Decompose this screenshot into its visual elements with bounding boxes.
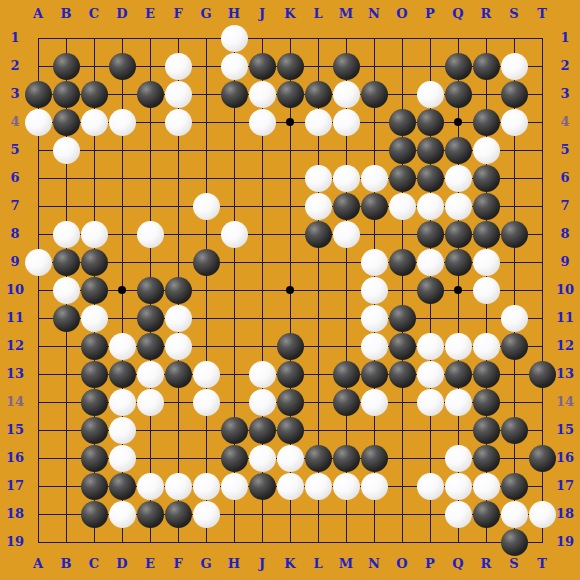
black-stone — [81, 81, 108, 108]
black-stone — [389, 333, 416, 360]
black-stone — [501, 81, 528, 108]
black-stone — [473, 417, 500, 444]
white-stone — [25, 249, 52, 276]
black-stone — [53, 53, 80, 80]
row-label-left: 18 — [0, 506, 31, 522]
row-label-left: 7 — [0, 198, 31, 214]
row-label-right: 11 — [549, 310, 580, 326]
white-stone — [165, 333, 192, 360]
black-stone — [361, 361, 388, 388]
white-stone — [473, 249, 500, 276]
hoshi-point — [286, 286, 294, 294]
row-label-right: 2 — [549, 58, 580, 74]
black-stone — [333, 193, 360, 220]
white-stone — [473, 333, 500, 360]
white-stone — [137, 361, 164, 388]
black-stone — [445, 81, 472, 108]
white-stone — [389, 193, 416, 220]
black-stone — [221, 81, 248, 108]
black-stone — [501, 333, 528, 360]
black-stone — [473, 501, 500, 528]
white-stone — [109, 501, 136, 528]
row-label-right: 12 — [549, 338, 580, 354]
hoshi-point — [286, 118, 294, 126]
white-stone — [417, 389, 444, 416]
white-stone — [417, 249, 444, 276]
black-stone — [221, 417, 248, 444]
black-stone — [165, 277, 192, 304]
black-stone — [473, 361, 500, 388]
white-stone — [361, 333, 388, 360]
white-stone — [137, 389, 164, 416]
black-stone — [53, 305, 80, 332]
black-stone — [249, 417, 276, 444]
white-stone — [417, 361, 444, 388]
row-label-right: 17 — [549, 478, 580, 494]
white-stone — [417, 81, 444, 108]
black-stone — [305, 81, 332, 108]
white-stone — [305, 193, 332, 220]
white-stone — [501, 109, 528, 136]
black-stone — [25, 81, 52, 108]
black-stone — [81, 361, 108, 388]
white-stone — [305, 165, 332, 192]
white-stone — [249, 361, 276, 388]
white-stone — [501, 501, 528, 528]
white-stone — [81, 109, 108, 136]
white-stone — [193, 473, 220, 500]
white-stone — [333, 473, 360, 500]
white-stone — [53, 137, 80, 164]
black-stone — [165, 361, 192, 388]
white-stone — [473, 137, 500, 164]
black-stone — [473, 165, 500, 192]
white-stone — [137, 221, 164, 248]
white-stone — [193, 389, 220, 416]
black-stone — [109, 473, 136, 500]
hoshi-point — [454, 118, 462, 126]
black-stone — [389, 249, 416, 276]
black-stone — [81, 445, 108, 472]
black-stone — [249, 473, 276, 500]
black-stone — [249, 53, 276, 80]
black-stone — [333, 445, 360, 472]
row-label-left: 8 — [0, 226, 31, 242]
white-stone — [81, 305, 108, 332]
white-stone — [417, 333, 444, 360]
black-stone — [389, 165, 416, 192]
black-stone — [473, 389, 500, 416]
white-stone — [221, 53, 248, 80]
white-stone — [165, 473, 192, 500]
black-stone — [193, 249, 220, 276]
white-stone — [165, 305, 192, 332]
black-stone — [277, 361, 304, 388]
hoshi-point — [118, 286, 126, 294]
black-stone — [445, 137, 472, 164]
black-stone — [361, 193, 388, 220]
row-label-right: 4 — [549, 114, 580, 130]
row-label-left: 2 — [0, 58, 31, 74]
white-stone — [193, 361, 220, 388]
white-stone — [193, 501, 220, 528]
white-stone — [249, 109, 276, 136]
white-stone — [473, 473, 500, 500]
white-stone — [361, 389, 388, 416]
black-stone — [473, 221, 500, 248]
row-label-left: 13 — [0, 366, 31, 382]
black-stone — [389, 305, 416, 332]
white-stone — [193, 193, 220, 220]
column-label-top: T — [526, 6, 558, 22]
white-stone — [53, 221, 80, 248]
row-label-left: 17 — [0, 478, 31, 494]
black-stone — [53, 81, 80, 108]
column-label-bottom: T — [526, 556, 558, 572]
black-stone — [473, 445, 500, 472]
white-stone — [305, 109, 332, 136]
row-label-left: 6 — [0, 170, 31, 186]
black-stone — [389, 361, 416, 388]
white-stone — [221, 473, 248, 500]
row-label-right: 8 — [549, 226, 580, 242]
white-stone — [361, 473, 388, 500]
row-label-left: 12 — [0, 338, 31, 354]
black-stone — [333, 361, 360, 388]
black-stone — [445, 361, 472, 388]
black-stone — [137, 305, 164, 332]
white-stone — [445, 193, 472, 220]
black-stone — [277, 417, 304, 444]
go-board[interactable]: AA11BB22CC33DD44EE55FF66GG77HH88JJ99KK10… — [0, 0, 580, 580]
black-stone — [501, 417, 528, 444]
white-stone — [221, 221, 248, 248]
row-label-left: 10 — [0, 282, 31, 298]
black-stone — [137, 333, 164, 360]
white-stone — [305, 473, 332, 500]
white-stone — [529, 501, 556, 528]
white-stone — [501, 305, 528, 332]
black-stone — [417, 137, 444, 164]
black-stone — [137, 81, 164, 108]
row-label-left: 5 — [0, 142, 31, 158]
black-stone — [81, 501, 108, 528]
black-stone — [361, 81, 388, 108]
row-label-left: 14 — [0, 394, 31, 410]
black-stone — [501, 529, 528, 556]
black-stone — [81, 277, 108, 304]
black-stone — [81, 473, 108, 500]
white-stone — [333, 81, 360, 108]
black-stone — [501, 473, 528, 500]
black-stone — [333, 53, 360, 80]
black-stone — [277, 333, 304, 360]
white-stone — [165, 81, 192, 108]
row-label-right: 5 — [549, 142, 580, 158]
white-stone — [249, 445, 276, 472]
white-stone — [333, 109, 360, 136]
black-stone — [417, 277, 444, 304]
white-stone — [109, 109, 136, 136]
row-label-right: 6 — [549, 170, 580, 186]
black-stone — [529, 361, 556, 388]
white-stone — [53, 277, 80, 304]
white-stone — [165, 53, 192, 80]
black-stone — [277, 53, 304, 80]
black-stone — [473, 193, 500, 220]
white-stone — [417, 473, 444, 500]
black-stone — [165, 501, 192, 528]
black-stone — [305, 445, 332, 472]
black-stone — [473, 53, 500, 80]
black-stone — [137, 277, 164, 304]
black-stone — [277, 389, 304, 416]
grid-line-horizontal — [38, 318, 543, 319]
black-stone — [473, 109, 500, 136]
white-stone — [165, 109, 192, 136]
black-stone — [417, 221, 444, 248]
black-stone — [277, 81, 304, 108]
row-label-right: 9 — [549, 254, 580, 270]
white-stone — [249, 81, 276, 108]
white-stone — [445, 333, 472, 360]
black-stone — [221, 445, 248, 472]
black-stone — [137, 501, 164, 528]
row-label-left: 1 — [0, 30, 31, 46]
black-stone — [389, 137, 416, 164]
black-stone — [417, 109, 444, 136]
row-label-right: 1 — [549, 30, 580, 46]
black-stone — [445, 221, 472, 248]
black-stone — [81, 389, 108, 416]
row-label-right: 3 — [549, 86, 580, 102]
black-stone — [305, 221, 332, 248]
white-stone — [109, 333, 136, 360]
black-stone — [53, 109, 80, 136]
white-stone — [333, 165, 360, 192]
row-label-left: 15 — [0, 422, 31, 438]
white-stone — [445, 165, 472, 192]
black-stone — [109, 361, 136, 388]
white-stone — [361, 305, 388, 332]
row-label-right: 19 — [549, 534, 580, 550]
white-stone — [417, 193, 444, 220]
row-label-right: 10 — [549, 282, 580, 298]
white-stone — [361, 249, 388, 276]
black-stone — [529, 445, 556, 472]
black-stone — [445, 53, 472, 80]
row-label-left: 19 — [0, 534, 31, 550]
black-stone — [81, 417, 108, 444]
row-label-right: 7 — [549, 198, 580, 214]
white-stone — [445, 389, 472, 416]
white-stone — [445, 501, 472, 528]
white-stone — [277, 473, 304, 500]
white-stone — [501, 53, 528, 80]
row-label-right: 14 — [549, 394, 580, 410]
white-stone — [81, 221, 108, 248]
white-stone — [25, 109, 52, 136]
white-stone — [445, 473, 472, 500]
white-stone — [445, 445, 472, 472]
white-stone — [109, 445, 136, 472]
grid-line-horizontal — [38, 542, 543, 543]
row-label-left: 11 — [0, 310, 31, 326]
white-stone — [109, 417, 136, 444]
black-stone — [361, 445, 388, 472]
black-stone — [417, 165, 444, 192]
white-stone — [249, 389, 276, 416]
white-stone — [137, 473, 164, 500]
black-stone — [81, 249, 108, 276]
hoshi-point — [454, 286, 462, 294]
white-stone — [277, 445, 304, 472]
row-label-left: 16 — [0, 450, 31, 466]
black-stone — [53, 249, 80, 276]
white-stone — [333, 221, 360, 248]
black-stone — [445, 249, 472, 276]
black-stone — [501, 221, 528, 248]
white-stone — [361, 277, 388, 304]
white-stone — [473, 277, 500, 304]
row-label-right: 15 — [549, 422, 580, 438]
white-stone — [361, 165, 388, 192]
white-stone — [109, 389, 136, 416]
black-stone — [389, 109, 416, 136]
black-stone — [333, 389, 360, 416]
white-stone — [221, 25, 248, 52]
black-stone — [109, 53, 136, 80]
black-stone — [81, 333, 108, 360]
